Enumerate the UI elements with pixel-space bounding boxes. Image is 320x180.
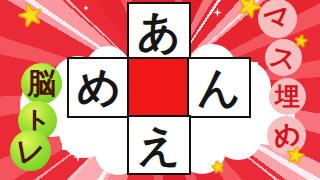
thumbnail-stage: あ め ん え 脳 ト レ マ ス 埋 <box>0 0 320 180</box>
board-cell-right: ん <box>187 57 251 118</box>
badge-char: ス <box>268 42 299 73</box>
star-icon <box>211 160 225 174</box>
board-cell-center-empty <box>127 57 191 118</box>
board-cell-top: あ <box>127 2 191 60</box>
sparkle-icon <box>83 5 89 11</box>
kana-right: ん <box>197 66 241 109</box>
badge-circle-ma: マ <box>258 0 297 38</box>
star-icon <box>294 34 308 48</box>
star-icon <box>285 145 305 165</box>
star-icon <box>16 1 44 29</box>
badge-circle-ume: 埋 <box>269 78 306 115</box>
badge-char: 埋 <box>275 84 300 109</box>
badge-circle-re: レ <box>10 130 51 171</box>
badge-char: 脳 <box>27 69 56 98</box>
sparkle-icon <box>213 8 222 17</box>
badge-char: マ <box>260 1 295 35</box>
kana-bottom: え <box>137 124 181 167</box>
kana-top: あ <box>137 10 181 53</box>
badge-circle-nou: 脳 <box>21 63 62 104</box>
badge-char: レ <box>13 134 47 168</box>
sparkle-icon <box>297 168 302 173</box>
board-cell-left: め <box>67 57 131 118</box>
board-cell-bottom: え <box>127 115 191 175</box>
kana-left: め <box>77 66 121 109</box>
